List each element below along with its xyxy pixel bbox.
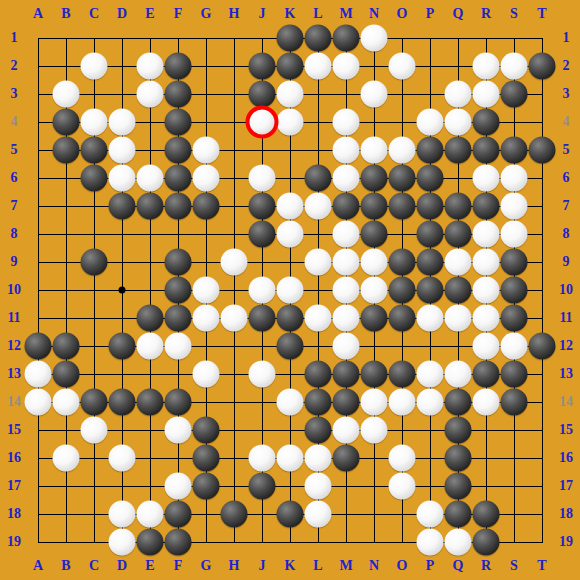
black-stone-T5[interactable] <box>529 137 556 164</box>
white-stone-C2[interactable] <box>81 53 108 80</box>
black-stone-F7[interactable] <box>165 193 192 220</box>
coord-label-right: 18 <box>559 507 573 521</box>
coord-label-top: A <box>33 7 43 21</box>
white-stone-J4[interactable] <box>249 109 276 136</box>
white-stone-M10[interactable] <box>333 277 360 304</box>
coord-label-top: L <box>313 7 322 21</box>
black-stone-S11[interactable] <box>501 305 528 332</box>
white-stone-Q11[interactable] <box>445 305 472 332</box>
white-stone-G13[interactable] <box>193 361 220 388</box>
black-stone-D7[interactable] <box>109 193 136 220</box>
white-stone-E2[interactable] <box>137 53 164 80</box>
coord-label-bottom: Q <box>453 559 464 573</box>
black-stone-S3[interactable] <box>501 81 528 108</box>
white-stone-O2[interactable] <box>389 53 416 80</box>
coord-label-top: D <box>117 7 127 21</box>
black-stone-Q16[interactable] <box>445 445 472 472</box>
black-stone-P6[interactable] <box>417 165 444 192</box>
white-stone-M4[interactable] <box>333 109 360 136</box>
coord-label-right: 7 <box>563 199 570 213</box>
white-stone-Q3[interactable] <box>445 81 472 108</box>
black-stone-Q10[interactable] <box>445 277 472 304</box>
coord-label-left: 2 <box>11 59 18 73</box>
coord-label-left: 1 <box>11 31 18 45</box>
black-stone-L1[interactable] <box>305 25 332 52</box>
black-stone-A12[interactable] <box>25 333 52 360</box>
white-stone-Q13[interactable] <box>445 361 472 388</box>
coord-label-bottom: P <box>426 559 435 573</box>
white-stone-R12[interactable] <box>473 333 500 360</box>
black-stone-N7[interactable] <box>361 193 388 220</box>
white-stone-L17[interactable] <box>305 473 332 500</box>
coord-label-left: 3 <box>11 87 18 101</box>
white-stone-N3[interactable] <box>361 81 388 108</box>
coord-label-left: 17 <box>7 479 21 493</box>
white-stone-P11[interactable] <box>417 305 444 332</box>
black-stone-C9[interactable] <box>81 249 108 276</box>
black-stone-J11[interactable] <box>249 305 276 332</box>
white-stone-K7[interactable] <box>277 193 304 220</box>
coord-label-bottom: J <box>259 559 266 573</box>
white-stone-E18[interactable] <box>137 501 164 528</box>
black-stone-R4[interactable] <box>473 109 500 136</box>
black-stone-P9[interactable] <box>417 249 444 276</box>
black-stone-O10[interactable] <box>389 277 416 304</box>
white-stone-Q9[interactable] <box>445 249 472 276</box>
white-stone-K14[interactable] <box>277 389 304 416</box>
white-stone-L7[interactable] <box>305 193 332 220</box>
coord-label-bottom: L <box>313 559 322 573</box>
white-stone-S8[interactable] <box>501 221 528 248</box>
coord-label-right: 11 <box>559 311 572 325</box>
white-stone-R14[interactable] <box>473 389 500 416</box>
black-stone-S9[interactable] <box>501 249 528 276</box>
coord-label-top: C <box>89 7 99 21</box>
coord-label-bottom: N <box>369 559 379 573</box>
black-stone-S10[interactable] <box>501 277 528 304</box>
white-stone-P19[interactable] <box>417 529 444 556</box>
white-stone-L18[interactable] <box>305 501 332 528</box>
black-stone-M7[interactable] <box>333 193 360 220</box>
black-stone-Q8[interactable] <box>445 221 472 248</box>
white-stone-O17[interactable] <box>389 473 416 500</box>
black-stone-F2[interactable] <box>165 53 192 80</box>
black-stone-N13[interactable] <box>361 361 388 388</box>
black-stone-F4[interactable] <box>165 109 192 136</box>
black-stone-Q14[interactable] <box>445 389 472 416</box>
coord-label-left: 5 <box>11 143 18 157</box>
white-stone-Q4[interactable] <box>445 109 472 136</box>
black-stone-Q15[interactable] <box>445 417 472 444</box>
coord-label-top: M <box>339 7 352 21</box>
coord-label-top: T <box>537 7 546 21</box>
coord-label-right: 3 <box>563 87 570 101</box>
coord-label-right: 1 <box>563 31 570 45</box>
black-stone-O6[interactable] <box>389 165 416 192</box>
coord-label-left: 6 <box>11 171 18 185</box>
white-stone-M2[interactable] <box>333 53 360 80</box>
coord-label-left: 14 <box>7 395 21 409</box>
black-stone-F3[interactable] <box>165 81 192 108</box>
black-stone-F5[interactable] <box>165 137 192 164</box>
black-stone-S13[interactable] <box>501 361 528 388</box>
white-stone-K10[interactable] <box>277 277 304 304</box>
black-stone-Q17[interactable] <box>445 473 472 500</box>
coord-label-left: 10 <box>7 283 21 297</box>
black-stone-N6[interactable] <box>361 165 388 192</box>
black-stone-R18[interactable] <box>473 501 500 528</box>
white-stone-D5[interactable] <box>109 137 136 164</box>
coord-label-right: 10 <box>559 283 573 297</box>
black-stone-F18[interactable] <box>165 501 192 528</box>
coord-label-right: 17 <box>559 479 573 493</box>
coord-label-left: 15 <box>7 423 21 437</box>
coord-label-bottom: E <box>145 559 154 573</box>
white-stone-A13[interactable] <box>25 361 52 388</box>
black-stone-J7[interactable] <box>249 193 276 220</box>
white-stone-O5[interactable] <box>389 137 416 164</box>
white-stone-M9[interactable] <box>333 249 360 276</box>
black-stone-B12[interactable] <box>53 333 80 360</box>
white-stone-D16[interactable] <box>109 445 136 472</box>
white-stone-O16[interactable] <box>389 445 416 472</box>
black-stone-J17[interactable] <box>249 473 276 500</box>
black-stone-P10[interactable] <box>417 277 444 304</box>
white-stone-O14[interactable] <box>389 389 416 416</box>
black-stone-E11[interactable] <box>137 305 164 332</box>
black-stone-J3[interactable] <box>249 81 276 108</box>
white-stone-N5[interactable] <box>361 137 388 164</box>
coord-label-top: H <box>229 7 240 21</box>
black-stone-E7[interactable] <box>137 193 164 220</box>
white-stone-J10[interactable] <box>249 277 276 304</box>
white-stone-C4[interactable] <box>81 109 108 136</box>
black-stone-Q18[interactable] <box>445 501 472 528</box>
coord-label-right: 8 <box>563 227 570 241</box>
black-stone-G7[interactable] <box>193 193 220 220</box>
white-stone-R10[interactable] <box>473 277 500 304</box>
white-stone-G6[interactable] <box>193 165 220 192</box>
black-stone-F10[interactable] <box>165 277 192 304</box>
black-stone-G15[interactable] <box>193 417 220 444</box>
white-stone-H11[interactable] <box>221 305 248 332</box>
white-stone-F15[interactable] <box>165 417 192 444</box>
coord-label-bottom: T <box>537 559 546 573</box>
black-stone-K1[interactable] <box>277 25 304 52</box>
white-stone-M8[interactable] <box>333 221 360 248</box>
white-stone-R2[interactable] <box>473 53 500 80</box>
coord-label-bottom: G <box>201 559 212 573</box>
black-stone-L13[interactable] <box>305 361 332 388</box>
coord-label-right: 16 <box>559 451 573 465</box>
black-stone-T12[interactable] <box>529 333 556 360</box>
black-stone-M1[interactable] <box>333 25 360 52</box>
white-stone-K8[interactable] <box>277 221 304 248</box>
white-stone-R6[interactable] <box>473 165 500 192</box>
black-stone-Q5[interactable] <box>445 137 472 164</box>
coord-label-bottom: H <box>229 559 240 573</box>
coord-label-left: 9 <box>11 255 18 269</box>
go-board-screenshot: AABBCCDDEEFFGGHHJJKKLLMMNNOOPPQQRRSSTT11… <box>0 0 580 580</box>
coord-label-top: Q <box>453 7 464 21</box>
white-stone-M15[interactable] <box>333 417 360 444</box>
white-stone-L11[interactable] <box>305 305 332 332</box>
white-stone-D4[interactable] <box>109 109 136 136</box>
white-stone-G5[interactable] <box>193 137 220 164</box>
coord-label-top: J <box>259 7 266 21</box>
black-stone-B13[interactable] <box>53 361 80 388</box>
black-stone-K11[interactable] <box>277 305 304 332</box>
white-stone-G10[interactable] <box>193 277 220 304</box>
coord-label-left: 19 <box>7 535 21 549</box>
coord-label-top: N <box>369 7 379 21</box>
white-stone-A14[interactable] <box>25 389 52 416</box>
coord-label-top: E <box>145 7 154 21</box>
white-stone-N10[interactable] <box>361 277 388 304</box>
white-stone-P4[interactable] <box>417 109 444 136</box>
white-stone-R11[interactable] <box>473 305 500 332</box>
black-stone-C14[interactable] <box>81 389 108 416</box>
black-stone-J2[interactable] <box>249 53 276 80</box>
black-stone-L6[interactable] <box>305 165 332 192</box>
black-stone-O11[interactable] <box>389 305 416 332</box>
coord-label-top: G <box>201 7 212 21</box>
black-stone-C6[interactable] <box>81 165 108 192</box>
black-stone-M13[interactable] <box>333 361 360 388</box>
coord-label-top: R <box>481 7 491 21</box>
white-stone-N9[interactable] <box>361 249 388 276</box>
white-stone-J6[interactable] <box>249 165 276 192</box>
black-stone-P8[interactable] <box>417 221 444 248</box>
black-stone-O9[interactable] <box>389 249 416 276</box>
black-stone-L15[interactable] <box>305 417 332 444</box>
black-stone-E14[interactable] <box>137 389 164 416</box>
white-stone-C15[interactable] <box>81 417 108 444</box>
black-stone-F6[interactable] <box>165 165 192 192</box>
black-stone-J8[interactable] <box>249 221 276 248</box>
white-stone-R8[interactable] <box>473 221 500 248</box>
white-stone-H9[interactable] <box>221 249 248 276</box>
white-stone-D6[interactable] <box>109 165 136 192</box>
coord-label-bottom: F <box>174 559 183 573</box>
black-stone-S14[interactable] <box>501 389 528 416</box>
coord-label-left: 7 <box>11 199 18 213</box>
white-stone-P18[interactable] <box>417 501 444 528</box>
white-stone-K16[interactable] <box>277 445 304 472</box>
coord-label-right: 5 <box>563 143 570 157</box>
black-stone-Q7[interactable] <box>445 193 472 220</box>
white-stone-P13[interactable] <box>417 361 444 388</box>
white-stone-E3[interactable] <box>137 81 164 108</box>
coord-label-bottom: D <box>117 559 127 573</box>
black-stone-R5[interactable] <box>473 137 500 164</box>
coord-label-right: 2 <box>563 59 570 73</box>
coord-label-left: 16 <box>7 451 21 465</box>
black-stone-B5[interactable] <box>53 137 80 164</box>
coord-label-top: B <box>61 7 70 21</box>
white-stone-J13[interactable] <box>249 361 276 388</box>
white-stone-F17[interactable] <box>165 473 192 500</box>
black-stone-T2[interactable] <box>529 53 556 80</box>
white-stone-M12[interactable] <box>333 333 360 360</box>
coord-label-right: 14 <box>559 395 573 409</box>
white-stone-D18[interactable] <box>109 501 136 528</box>
white-stone-E6[interactable] <box>137 165 164 192</box>
white-stone-L9[interactable] <box>305 249 332 276</box>
white-stone-R3[interactable] <box>473 81 500 108</box>
white-stone-Q19[interactable] <box>445 529 472 556</box>
black-stone-S5[interactable] <box>501 137 528 164</box>
black-stone-G16[interactable] <box>193 445 220 472</box>
coord-label-right: 13 <box>559 367 573 381</box>
black-stone-K12[interactable] <box>277 333 304 360</box>
white-stone-E12[interactable] <box>137 333 164 360</box>
black-stone-P7[interactable] <box>417 193 444 220</box>
white-stone-P14[interactable] <box>417 389 444 416</box>
coord-label-left: 8 <box>11 227 18 241</box>
coord-label-bottom: K <box>285 559 296 573</box>
black-stone-N8[interactable] <box>361 221 388 248</box>
white-stone-L2[interactable] <box>305 53 332 80</box>
white-stone-S12[interactable] <box>501 333 528 360</box>
coord-label-top: K <box>285 7 296 21</box>
coord-label-top: S <box>510 7 518 21</box>
white-stone-K3[interactable] <box>277 81 304 108</box>
black-stone-K18[interactable] <box>277 501 304 528</box>
white-stone-M6[interactable] <box>333 165 360 192</box>
white-stone-N14[interactable] <box>361 389 388 416</box>
black-stone-E19[interactable] <box>137 529 164 556</box>
black-stone-O7[interactable] <box>389 193 416 220</box>
coord-label-bottom: O <box>397 559 408 573</box>
black-stone-F19[interactable] <box>165 529 192 556</box>
coord-label-left: 12 <box>7 339 21 353</box>
grid-line-vertical <box>542 38 543 543</box>
white-stone-M11[interactable] <box>333 305 360 332</box>
black-stone-O13[interactable] <box>389 361 416 388</box>
star-point <box>119 287 126 294</box>
black-stone-L14[interactable] <box>305 389 332 416</box>
white-stone-G11[interactable] <box>193 305 220 332</box>
black-stone-F14[interactable] <box>165 389 192 416</box>
coord-label-top: P <box>426 7 435 21</box>
coord-label-bottom: A <box>33 559 43 573</box>
coord-label-right: 19 <box>559 535 573 549</box>
white-stone-S2[interactable] <box>501 53 528 80</box>
coord-label-right: 12 <box>559 339 573 353</box>
coord-label-right: 9 <box>563 255 570 269</box>
white-stone-K4[interactable] <box>277 109 304 136</box>
black-stone-R19[interactable] <box>473 529 500 556</box>
black-stone-M16[interactable] <box>333 445 360 472</box>
white-stone-B3[interactable] <box>53 81 80 108</box>
black-stone-H18[interactable] <box>221 501 248 528</box>
black-stone-F9[interactable] <box>165 249 192 276</box>
black-stone-C5[interactable] <box>81 137 108 164</box>
white-stone-S6[interactable] <box>501 165 528 192</box>
coord-label-left: 18 <box>7 507 21 521</box>
white-stone-N1[interactable] <box>361 25 388 52</box>
white-stone-M5[interactable] <box>333 137 360 164</box>
coord-label-left: 4 <box>11 115 18 129</box>
black-stone-D14[interactable] <box>109 389 136 416</box>
coord-label-bottom: M <box>339 559 352 573</box>
white-stone-S7[interactable] <box>501 193 528 220</box>
coord-label-bottom: R <box>481 559 491 573</box>
white-stone-B16[interactable] <box>53 445 80 472</box>
coord-label-left: 11 <box>7 311 20 325</box>
black-stone-D12[interactable] <box>109 333 136 360</box>
coord-label-right: 4 <box>563 115 570 129</box>
coord-label-left: 13 <box>7 367 21 381</box>
black-stone-G17[interactable] <box>193 473 220 500</box>
coord-label-top: O <box>397 7 408 21</box>
coord-label-bottom: S <box>510 559 518 573</box>
black-stone-F11[interactable] <box>165 305 192 332</box>
white-stone-R9[interactable] <box>473 249 500 276</box>
white-stone-F12[interactable] <box>165 333 192 360</box>
coord-label-bottom: C <box>89 559 99 573</box>
coord-label-right: 6 <box>563 171 570 185</box>
coord-label-top: F <box>174 7 183 21</box>
white-stone-J16[interactable] <box>249 445 276 472</box>
black-stone-B4[interactable] <box>53 109 80 136</box>
black-stone-N11[interactable] <box>361 305 388 332</box>
black-stone-P5[interactable] <box>417 137 444 164</box>
white-stone-L16[interactable] <box>305 445 332 472</box>
black-stone-K2[interactable] <box>277 53 304 80</box>
white-stone-B14[interactable] <box>53 389 80 416</box>
coord-label-right: 15 <box>559 423 573 437</box>
black-stone-M14[interactable] <box>333 389 360 416</box>
coord-label-bottom: B <box>61 559 70 573</box>
black-stone-R13[interactable] <box>473 361 500 388</box>
black-stone-R7[interactable] <box>473 193 500 220</box>
white-stone-D19[interactable] <box>109 529 136 556</box>
white-stone-N15[interactable] <box>361 417 388 444</box>
